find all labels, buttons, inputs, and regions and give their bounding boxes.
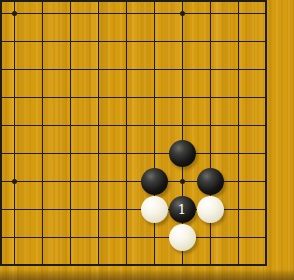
black-stone-q3[interactable]: 1: [169, 196, 196, 223]
go-board-view[interactable]: 1: [0, 0, 294, 280]
grid-line-horizontal: [0, 69, 267, 70]
grid-line-horizontal: [0, 13, 267, 14]
board-edge-line-bottom: [0, 264, 267, 266]
star-point-q4: [180, 179, 185, 184]
crop-border-top: [0, 0, 267, 2]
grid-line-horizontal: [0, 41, 267, 42]
star-point-k10: [12, 11, 17, 16]
black-stone-r4[interactable]: [197, 168, 224, 195]
star-point-k4: [12, 179, 17, 184]
black-stone-q5[interactable]: [169, 140, 196, 167]
white-stone-q2[interactable]: [169, 224, 196, 251]
white-stone-p3[interactable]: [141, 196, 168, 223]
grid-line-horizontal: [0, 181, 267, 182]
grid-line-horizontal: [0, 153, 267, 154]
grid-line-horizontal: [0, 237, 267, 238]
move-number-label: 1: [178, 202, 186, 215]
white-stone-r3[interactable]: [197, 196, 224, 223]
grid-line-horizontal: [0, 97, 267, 98]
grid-line-horizontal: [0, 209, 267, 210]
grid-line-horizontal: [0, 125, 267, 126]
star-point-q10: [180, 11, 185, 16]
board-wood-background: [0, 0, 294, 280]
black-stone-p4[interactable]: [141, 168, 168, 195]
